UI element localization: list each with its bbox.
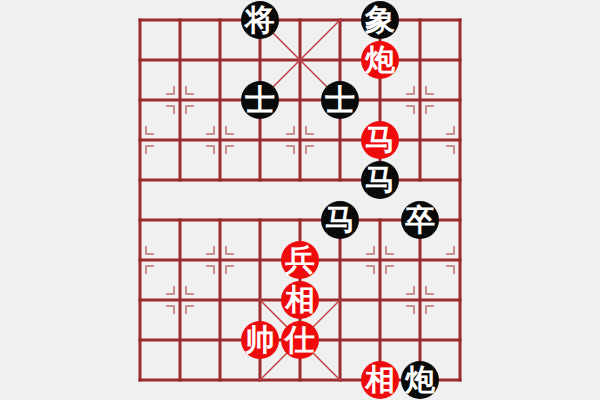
piece-red-elephant[interactable]: 相 [361, 361, 399, 399]
piece-red-cannon[interactable]: 炮 [361, 41, 399, 79]
piece-red-soldier[interactable]: 兵 [281, 241, 319, 279]
piece-black-horse[interactable]: 马 [321, 201, 359, 239]
piece-red-advisor[interactable]: 仕 [281, 321, 319, 359]
pieces-layer: 将象炮士士马马马卒兵相帅仕相炮 [0, 0, 600, 400]
piece-black-advisor[interactable]: 士 [321, 81, 359, 119]
piece-black-horse[interactable]: 马 [361, 161, 399, 199]
piece-black-advisor[interactable]: 士 [241, 81, 279, 119]
piece-black-cannon[interactable]: 炮 [401, 361, 439, 399]
piece-red-horse[interactable]: 马 [361, 121, 399, 159]
piece-black-general[interactable]: 将 [241, 1, 279, 39]
piece-black-soldier[interactable]: 卒 [401, 201, 439, 239]
piece-black-elephant[interactable]: 象 [361, 1, 399, 39]
piece-red-elephant[interactable]: 相 [281, 281, 319, 319]
xiangqi-board[interactable]: 将象炮士士马马马卒兵相帅仕相炮 [0, 0, 600, 400]
piece-red-general[interactable]: 帅 [241, 321, 279, 359]
